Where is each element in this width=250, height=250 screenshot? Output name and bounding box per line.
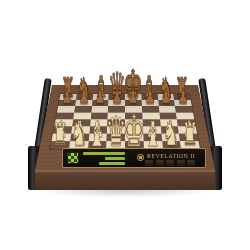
- square-a5: [56, 113, 74, 120]
- square-d4: [107, 119, 125, 126]
- panel-button-1: [145, 161, 153, 166]
- lcd-miniboard-icon: [67, 152, 79, 164]
- square-c3: [89, 126, 107, 133]
- board-front-face: [35, 170, 215, 190]
- square-h4: [177, 119, 196, 126]
- square-b2: [70, 134, 89, 142]
- square-a4: [54, 119, 73, 126]
- panel-buttons: [145, 161, 195, 166]
- square-d2: [107, 134, 125, 142]
- square-e2: [125, 134, 143, 142]
- square-b5: [73, 113, 91, 120]
- square-g4: [160, 119, 178, 126]
- control-panel: REVELATION II: [62, 148, 206, 168]
- square-f5: [142, 113, 160, 120]
- panel-button-3: [166, 161, 174, 166]
- square-c4: [90, 119, 108, 126]
- panel-button-5: [187, 161, 195, 166]
- square-g5: [159, 113, 177, 120]
- chess-board: [50, 94, 200, 149]
- square-c2: [88, 134, 107, 142]
- square-f4: [142, 119, 160, 126]
- square-f3: [143, 126, 161, 133]
- square-d5: [108, 113, 125, 120]
- square-a2: [52, 134, 71, 142]
- square-f2: [143, 134, 162, 142]
- square-e5: [125, 113, 142, 120]
- square-b3: [71, 126, 90, 133]
- square-h5: [176, 113, 194, 120]
- brand-label: REVELATION II: [147, 153, 205, 159]
- lcd-text-line: [83, 152, 125, 155]
- square-g3: [160, 126, 179, 133]
- panel-button-4: [177, 161, 185, 166]
- product-photo-scene: ♜♞♝♛♚♝♞♜♟♟♟♟♟♟♟♟♟♟♟♟♟♟♟♟♜♞♝♛♚♝♞♜ REVELAT…: [0, 0, 250, 250]
- square-e4: [125, 119, 143, 126]
- lcd-text-line: [105, 157, 125, 160]
- panel-button-2: [156, 161, 164, 166]
- square-h2: [179, 134, 198, 142]
- square-h3: [178, 126, 197, 133]
- square-g2: [161, 134, 180, 142]
- square-b4: [72, 119, 90, 126]
- lcd-display: [83, 152, 129, 165]
- square-e3: [125, 126, 143, 133]
- square-c5: [90, 113, 108, 120]
- square-d3: [107, 126, 125, 133]
- brand-logo-icon: [137, 154, 144, 161]
- lcd-text-line: [99, 162, 125, 165]
- square-a3: [53, 126, 72, 133]
